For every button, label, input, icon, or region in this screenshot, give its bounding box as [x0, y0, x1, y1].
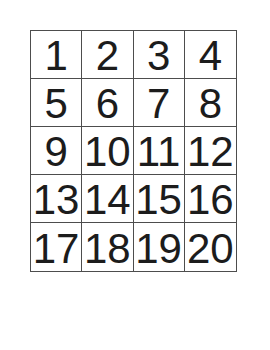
grid-cell-9: 9 — [31, 127, 82, 175]
worksheet-page: 1234567891011121314151617181920 — [0, 0, 270, 350]
grid-cell-16: 16 — [185, 175, 236, 223]
grid-cell-20: 20 — [185, 223, 236, 271]
grid-cell-19: 19 — [134, 223, 185, 271]
grid-cell-14: 14 — [82, 175, 133, 223]
grid-cell-18: 18 — [82, 223, 133, 271]
grid-cell-13: 13 — [31, 175, 82, 223]
number-grid: 1234567891011121314151617181920 — [30, 30, 237, 272]
grid-cell-2: 2 — [82, 31, 133, 79]
grid-cell-12: 12 — [185, 127, 236, 175]
grid-cell-4: 4 — [185, 31, 236, 79]
grid-cell-15: 15 — [134, 175, 185, 223]
grid-cell-1: 1 — [31, 31, 82, 79]
grid-cell-6: 6 — [82, 79, 133, 127]
grid-cell-5: 5 — [31, 79, 82, 127]
grid-cell-7: 7 — [134, 79, 185, 127]
grid-cell-8: 8 — [185, 79, 236, 127]
grid-cell-3: 3 — [134, 31, 185, 79]
grid-cell-17: 17 — [31, 223, 82, 271]
grid-cell-11: 11 — [134, 127, 185, 175]
grid-cell-10: 10 — [82, 127, 133, 175]
